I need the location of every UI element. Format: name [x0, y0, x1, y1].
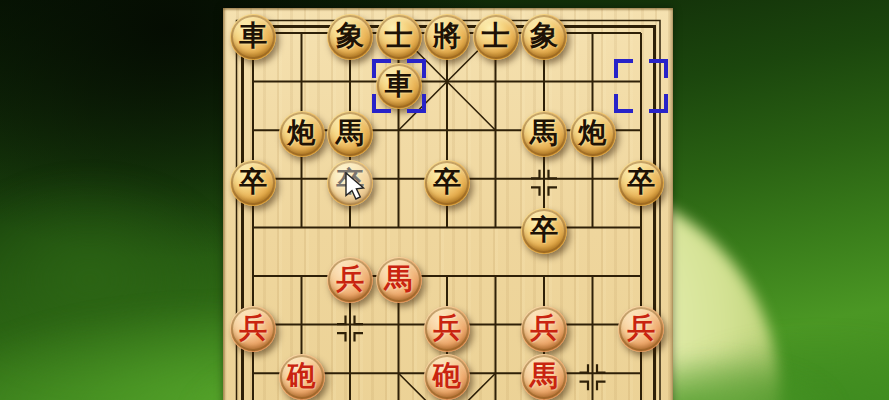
piece-glyph: 卒: [627, 168, 655, 196]
piece-glyph: 兵: [239, 314, 267, 342]
piece-glyph: 馬: [530, 119, 558, 147]
piece-glyph: 象: [530, 22, 558, 50]
black-advisor[interactable]: 士: [473, 14, 519, 60]
piece-glyph: 士: [482, 22, 510, 50]
black-horse[interactable]: 馬: [327, 111, 373, 157]
piece-glyph: 將: [433, 22, 461, 50]
black-soldier[interactable]: 卒: [618, 160, 664, 206]
black-cannon[interactable]: 炮: [570, 111, 616, 157]
piece-glyph: 馬: [530, 362, 558, 390]
piece-glyph: 卒: [239, 168, 267, 196]
red-soldier[interactable]: 兵: [424, 306, 470, 352]
red-horse[interactable]: 馬: [376, 257, 422, 303]
black-cannon[interactable]: 炮: [279, 111, 325, 157]
black-horse[interactable]: 馬: [521, 111, 567, 157]
black-elephant[interactable]: 象: [521, 14, 567, 60]
black-elephant[interactable]: 象: [327, 14, 373, 60]
piece-glyph: 車: [385, 71, 413, 99]
red-horse[interactable]: 馬: [521, 354, 567, 400]
red-cannon[interactable]: 砲: [279, 354, 325, 400]
red-soldier[interactable]: 兵: [230, 306, 276, 352]
piece-glyph: 車: [239, 22, 267, 50]
piece-glyph: 卒: [433, 168, 461, 196]
black-chariot[interactable]: 車: [376, 63, 422, 109]
piece-glyph: 士: [385, 22, 413, 50]
piece-glyph: 兵: [336, 265, 364, 293]
xiangqi-board[interactable]: 車象士將士象車炮馬馬炮卒卒卒卒卒兵馬兵兵兵兵砲砲馬: [223, 8, 673, 400]
piece-glyph: 馬: [336, 119, 364, 147]
red-soldier[interactable]: 兵: [618, 306, 664, 352]
piece-glyph: 卒: [530, 216, 558, 244]
piece-glyph: 砲: [433, 362, 461, 390]
piece-glyph: 炮: [288, 119, 316, 147]
black-soldier[interactable]: 卒: [230, 160, 276, 206]
red-soldier[interactable]: 兵: [327, 257, 373, 303]
piece-glyph: 馬: [385, 265, 413, 293]
black-chariot[interactable]: 車: [230, 14, 276, 60]
mouse-cursor-icon: [345, 172, 367, 202]
black-general[interactable]: 將: [424, 14, 470, 60]
piece-glyph: 砲: [288, 362, 316, 390]
xiangqi-game-screen: 車象士將士象車炮馬馬炮卒卒卒卒卒兵馬兵兵兵兵砲砲馬: [0, 0, 889, 400]
piece-glyph: 兵: [433, 314, 461, 342]
black-soldier[interactable]: 卒: [424, 160, 470, 206]
black-advisor[interactable]: 士: [376, 14, 422, 60]
piece-glyph: 象: [336, 22, 364, 50]
piece-glyph: 炮: [579, 119, 607, 147]
red-cannon[interactable]: 砲: [424, 354, 470, 400]
piece-glyph: 兵: [530, 314, 558, 342]
piece-glyph: 兵: [627, 314, 655, 342]
red-soldier[interactable]: 兵: [521, 306, 567, 352]
